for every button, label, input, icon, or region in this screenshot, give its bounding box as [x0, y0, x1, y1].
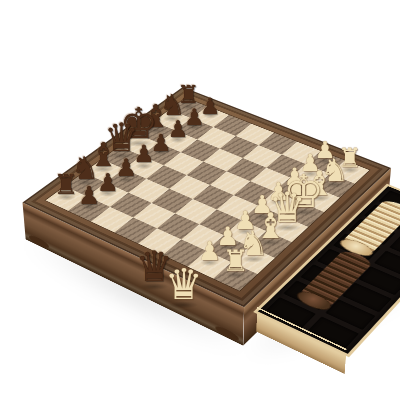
- board-square: [249, 231, 292, 258]
- board-square: [206, 235, 249, 262]
- chess-case: [23, 87, 392, 307]
- board-square: [110, 193, 152, 218]
- scene: [0, 0, 400, 400]
- board-square: [114, 217, 157, 243]
- board-square: [181, 224, 224, 250]
- board-square: [68, 196, 110, 221]
- board-square: [175, 199, 217, 224]
- board-square: [241, 206, 283, 232]
- board-square: [258, 191, 299, 216]
- board-square: [213, 262, 257, 291]
- board-square: [91, 207, 133, 233]
- board-square: [157, 213, 199, 239]
- board-square: [217, 195, 258, 220]
- board-square: [163, 239, 206, 266]
- board-square: [266, 216, 308, 242]
- board-square: [188, 251, 232, 279]
- board-square: [299, 187, 340, 212]
- board-square: [46, 186, 88, 211]
- board-square: [138, 228, 181, 255]
- board-square: [224, 220, 266, 246]
- board-square: [193, 185, 234, 209]
- chess-set-photo: chess ♜♞♝♚♛♝♞♜♟♟♟♟♟♟♟♟♟♟♟♟♟♟♟♟♜♞♝♚♛♝♞♜♛♛: [0, 0, 400, 400]
- board-square: [199, 209, 241, 235]
- board-square: [283, 202, 324, 227]
- board-square: [87, 183, 128, 207]
- board-square: [152, 189, 193, 214]
- board-square: [133, 203, 175, 228]
- board-square: [232, 246, 275, 274]
